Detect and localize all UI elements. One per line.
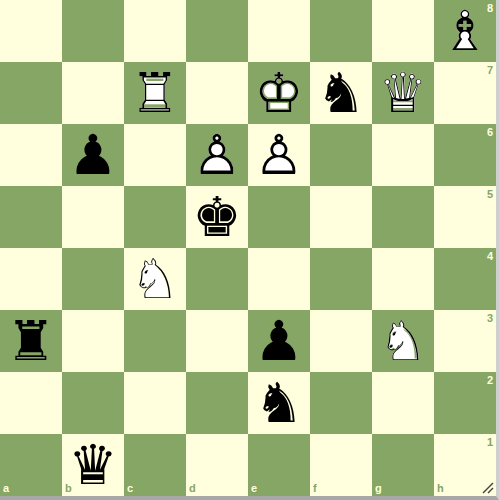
square-a3[interactable]: ♜: [0, 310, 62, 372]
piece-outline-glyph: ♕: [372, 62, 434, 124]
square-f5[interactable]: [310, 186, 372, 248]
piece-glyph: ♟: [62, 124, 124, 186]
white-knight[interactable]: ♞♘: [372, 310, 434, 372]
black-knight[interactable]: ♞: [248, 372, 310, 434]
square-h3[interactable]: 3: [434, 310, 496, 372]
file-label-a: a: [3, 483, 9, 494]
square-d1[interactable]: d: [186, 434, 248, 496]
white-pawn[interactable]: ♟♙: [186, 124, 248, 186]
chess-board: 8♝♗♜♖♚♔♞♛♕7♟♟♙♟♙6♚5♞♘4♜♟♞♘3♞2ab♛cdefgh1: [0, 0, 496, 496]
square-h4[interactable]: 4: [434, 248, 496, 310]
black-king[interactable]: ♚: [186, 186, 248, 248]
square-f1[interactable]: f: [310, 434, 372, 496]
rank-label-3: 3: [487, 313, 493, 324]
square-b1[interactable]: b♛: [62, 434, 124, 496]
square-f2[interactable]: [310, 372, 372, 434]
black-queen[interactable]: ♛: [62, 434, 124, 496]
square-d6[interactable]: ♟♙: [186, 124, 248, 186]
square-g7[interactable]: ♛♕: [372, 62, 434, 124]
square-g3[interactable]: ♞♘: [372, 310, 434, 372]
black-pawn[interactable]: ♟: [62, 124, 124, 186]
square-f6[interactable]: [310, 124, 372, 186]
file-label-f: f: [313, 483, 317, 494]
piece-glyph: ♝: [434, 0, 496, 62]
square-d2[interactable]: [186, 372, 248, 434]
square-a5[interactable]: [0, 186, 62, 248]
white-king[interactable]: ♚♔: [248, 62, 310, 124]
square-e5[interactable]: [248, 186, 310, 248]
square-h5[interactable]: 5: [434, 186, 496, 248]
square-c3[interactable]: [124, 310, 186, 372]
square-c5[interactable]: [124, 186, 186, 248]
file-label-c: c: [127, 483, 133, 494]
square-d4[interactable]: [186, 248, 248, 310]
piece-glyph: ♛: [62, 434, 124, 496]
square-b7[interactable]: [62, 62, 124, 124]
square-d3[interactable]: [186, 310, 248, 372]
square-a6[interactable]: [0, 124, 62, 186]
square-b2[interactable]: [62, 372, 124, 434]
piece-glyph: ♟: [186, 124, 248, 186]
square-d7[interactable]: [186, 62, 248, 124]
square-g5[interactable]: [372, 186, 434, 248]
rank-label-7: 7: [487, 65, 493, 76]
file-label-g: g: [375, 483, 382, 494]
square-d8[interactable]: [186, 0, 248, 62]
square-g6[interactable]: [372, 124, 434, 186]
square-h7[interactable]: 7: [434, 62, 496, 124]
black-pawn[interactable]: ♟: [248, 310, 310, 372]
piece-glyph: ♟: [248, 310, 310, 372]
square-a1[interactable]: a: [0, 434, 62, 496]
square-e3[interactable]: ♟: [248, 310, 310, 372]
rank-label-5: 5: [487, 189, 493, 200]
square-c7[interactable]: ♜♖: [124, 62, 186, 124]
square-h6[interactable]: 6: [434, 124, 496, 186]
rank-label-1: 1: [487, 437, 493, 448]
square-g8[interactable]: [372, 0, 434, 62]
white-rook[interactable]: ♜♖: [124, 62, 186, 124]
square-c6[interactable]: [124, 124, 186, 186]
piece-outline-glyph: ♖: [124, 62, 186, 124]
piece-outline-glyph: ♙: [186, 124, 248, 186]
resize-handle-icon[interactable]: [482, 482, 494, 494]
chess-board-widget: 8♝♗♜♖♚♔♞♛♕7♟♟♙♟♙6♚5♞♘4♜♟♞♘3♞2ab♛cdefgh1: [0, 0, 499, 500]
rank-label-4: 4: [487, 251, 493, 262]
piece-glyph: ♚: [186, 186, 248, 248]
square-e8[interactable]: [248, 0, 310, 62]
square-a7[interactable]: [0, 62, 62, 124]
square-c2[interactable]: [124, 372, 186, 434]
piece-glyph: ♞: [124, 248, 186, 310]
square-b8[interactable]: [62, 0, 124, 62]
square-f8[interactable]: [310, 0, 372, 62]
square-h8[interactable]: 8♝♗: [434, 0, 496, 62]
black-rook[interactable]: ♜: [0, 310, 62, 372]
piece-glyph: ♛: [372, 62, 434, 124]
square-c8[interactable]: [124, 0, 186, 62]
square-g1[interactable]: g: [372, 434, 434, 496]
piece-glyph: ♚: [248, 62, 310, 124]
square-f3[interactable]: [310, 310, 372, 372]
piece-glyph: ♞: [248, 372, 310, 434]
piece-glyph: ♞: [372, 310, 434, 372]
square-e6[interactable]: ♟♙: [248, 124, 310, 186]
white-queen[interactable]: ♛♕: [372, 62, 434, 124]
square-b6[interactable]: ♟: [62, 124, 124, 186]
square-f4[interactable]: [310, 248, 372, 310]
square-h2[interactable]: 2: [434, 372, 496, 434]
rank-label-6: 6: [487, 127, 493, 138]
file-label-e: e: [251, 483, 257, 494]
square-f7[interactable]: ♞: [310, 62, 372, 124]
piece-outline-glyph: ♗: [434, 0, 496, 62]
square-b4[interactable]: [62, 248, 124, 310]
square-g2[interactable]: [372, 372, 434, 434]
piece-glyph: ♞: [310, 62, 372, 124]
file-label-h: h: [437, 483, 444, 494]
square-a2[interactable]: [0, 372, 62, 434]
square-c1[interactable]: c: [124, 434, 186, 496]
piece-glyph: ♟: [248, 124, 310, 186]
piece-outline-glyph: ♙: [248, 124, 310, 186]
piece-outline-glyph: ♘: [124, 248, 186, 310]
square-c4[interactable]: ♞♘: [124, 248, 186, 310]
square-b3[interactable]: [62, 310, 124, 372]
square-e2[interactable]: ♞: [248, 372, 310, 434]
black-knight[interactable]: ♞: [310, 62, 372, 124]
file-label-d: d: [189, 483, 196, 494]
white-pawn[interactable]: ♟♙: [248, 124, 310, 186]
square-b5[interactable]: [62, 186, 124, 248]
square-g4[interactable]: [372, 248, 434, 310]
rank-label-2: 2: [487, 375, 493, 386]
square-a4[interactable]: [0, 248, 62, 310]
square-e4[interactable]: [248, 248, 310, 310]
piece-glyph: ♜: [0, 310, 62, 372]
piece-glyph: ♜: [124, 62, 186, 124]
square-d5[interactable]: ♚: [186, 186, 248, 248]
white-bishop[interactable]: ♝♗: [434, 0, 496, 62]
piece-outline-glyph: ♔: [248, 62, 310, 124]
square-a8[interactable]: [0, 0, 62, 62]
piece-outline-glyph: ♘: [372, 310, 434, 372]
square-e1[interactable]: e: [248, 434, 310, 496]
square-e7[interactable]: ♚♔: [248, 62, 310, 124]
white-knight[interactable]: ♞♘: [124, 248, 186, 310]
